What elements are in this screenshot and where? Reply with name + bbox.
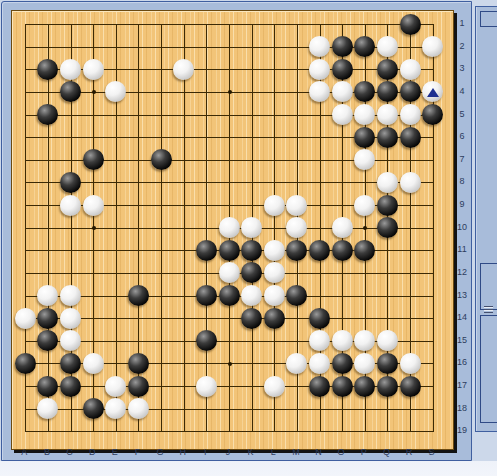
stone-white-N2 xyxy=(309,36,330,57)
column-label-M: M xyxy=(286,447,306,457)
stone-white-R5 xyxy=(400,104,421,125)
stone-black-P11 xyxy=(354,240,375,261)
stone-white-L11 xyxy=(264,240,285,261)
column-label-N: N xyxy=(309,447,329,457)
stone-black-A16 xyxy=(15,353,36,374)
stone-black-J11 xyxy=(219,240,240,261)
grid-line-vertical xyxy=(274,24,275,432)
app-window: ABCDEFGHIJKLMNOPQRS 12345678910111213141… xyxy=(1,1,472,461)
row-label-1: 1 xyxy=(453,18,471,28)
stone-black-M11 xyxy=(286,240,307,261)
stone-black-C8 xyxy=(60,172,81,193)
row-label-16: 16 xyxy=(453,357,471,367)
star-point xyxy=(228,362,232,366)
column-label-A: A xyxy=(14,447,34,457)
stone-black-P2 xyxy=(354,36,375,57)
last-move-triangle-icon xyxy=(427,88,439,97)
stone-black-R1 xyxy=(400,14,421,35)
row-label-7: 7 xyxy=(453,154,471,164)
stone-black-Q16 xyxy=(377,353,398,374)
stone-black-N14 xyxy=(309,308,330,329)
column-labels: ABCDEFGHIJKLMNOPQRS xyxy=(11,447,452,460)
stone-white-S4 xyxy=(422,81,443,102)
row-label-4: 4 xyxy=(453,86,471,96)
row-label-11: 11 xyxy=(453,244,471,254)
stone-white-E4 xyxy=(105,81,126,102)
stone-white-I17 xyxy=(196,376,217,397)
column-label-E: E xyxy=(105,447,125,457)
stone-black-F17 xyxy=(128,376,149,397)
stone-black-Q17 xyxy=(377,376,398,397)
column-label-B: B xyxy=(37,447,57,457)
column-label-G: G xyxy=(150,447,170,457)
stone-black-N11 xyxy=(309,240,330,261)
row-label-10: 10 xyxy=(453,222,471,232)
stone-white-H3 xyxy=(173,59,194,80)
stone-black-Q10 xyxy=(377,217,398,238)
stone-black-C4 xyxy=(60,81,81,102)
stone-white-D3 xyxy=(83,59,104,80)
stone-white-O4 xyxy=(332,81,353,102)
row-label-13: 13 xyxy=(453,290,471,300)
splitter-grip-icon[interactable] xyxy=(484,306,493,313)
column-label-I: I xyxy=(195,447,215,457)
row-label-2: 2 xyxy=(453,41,471,51)
star-point xyxy=(228,90,232,94)
stone-black-Q4 xyxy=(377,81,398,102)
stone-white-C13 xyxy=(60,285,81,306)
stone-white-N3 xyxy=(309,59,330,80)
star-point xyxy=(92,226,96,230)
stone-black-B5 xyxy=(37,104,58,125)
column-label-K: K xyxy=(241,447,261,457)
stone-black-D18 xyxy=(83,398,104,419)
stone-white-B18 xyxy=(37,398,58,419)
column-label-S: S xyxy=(422,447,442,457)
stone-white-F18 xyxy=(128,398,149,419)
side-panel-widget-list[interactable] xyxy=(480,263,497,310)
stone-white-C15 xyxy=(60,330,81,351)
stone-black-P17 xyxy=(354,376,375,397)
grid-line-horizontal xyxy=(25,431,433,432)
stone-white-D9 xyxy=(83,195,104,216)
stone-white-K13 xyxy=(241,285,262,306)
stone-white-J12 xyxy=(219,262,240,283)
column-label-Q: Q xyxy=(376,447,396,457)
stone-white-P7 xyxy=(354,149,375,170)
row-label-6: 6 xyxy=(453,131,471,141)
stone-white-P5 xyxy=(354,104,375,125)
stone-black-J13 xyxy=(219,285,240,306)
stone-white-P16 xyxy=(354,353,375,374)
column-label-D: D xyxy=(82,447,102,457)
stone-black-I13 xyxy=(196,285,217,306)
stone-white-K10 xyxy=(241,217,262,238)
side-panel xyxy=(475,6,497,432)
row-label-17: 17 xyxy=(453,380,471,390)
stone-black-L14 xyxy=(264,308,285,329)
stone-black-I11 xyxy=(196,240,217,261)
stone-black-N17 xyxy=(309,376,330,397)
grid-line-horizontal xyxy=(25,318,433,319)
stone-white-M16 xyxy=(286,353,307,374)
column-label-J: J xyxy=(218,447,238,457)
stone-white-C9 xyxy=(60,195,81,216)
stone-white-P9 xyxy=(354,195,375,216)
stone-white-Q15 xyxy=(377,330,398,351)
stone-black-M13 xyxy=(286,285,307,306)
stone-black-P6 xyxy=(354,127,375,148)
stone-white-R8 xyxy=(400,172,421,193)
column-label-F: F xyxy=(127,447,147,457)
row-label-8: 8 xyxy=(453,176,471,186)
stone-white-M9 xyxy=(286,195,307,216)
row-label-12: 12 xyxy=(453,267,471,277)
stone-black-Q6 xyxy=(377,127,398,148)
stone-white-R16 xyxy=(400,353,421,374)
row-label-9: 9 xyxy=(453,199,471,209)
stone-white-M10 xyxy=(286,217,307,238)
stone-black-O11 xyxy=(332,240,353,261)
stone-black-K14 xyxy=(241,308,262,329)
column-label-H: H xyxy=(173,447,193,457)
stone-white-S2 xyxy=(422,36,443,57)
stone-white-E17 xyxy=(105,376,126,397)
column-label-O: O xyxy=(331,447,351,457)
stone-black-O16 xyxy=(332,353,353,374)
goban[interactable] xyxy=(11,10,454,450)
stone-black-O2 xyxy=(332,36,353,57)
stone-black-Q3 xyxy=(377,59,398,80)
stone-black-B15 xyxy=(37,330,58,351)
stone-white-P15 xyxy=(354,330,375,351)
stone-black-B3 xyxy=(37,59,58,80)
stone-black-O17 xyxy=(332,376,353,397)
stone-black-F16 xyxy=(128,353,149,374)
stone-white-N16 xyxy=(309,353,330,374)
row-label-18: 18 xyxy=(453,403,471,413)
column-label-R: R xyxy=(399,447,419,457)
stone-white-O5 xyxy=(332,104,353,125)
stone-white-C14 xyxy=(60,308,81,329)
stone-black-K12 xyxy=(241,262,262,283)
star-point xyxy=(363,226,367,230)
stone-black-B14 xyxy=(37,308,58,329)
column-label-L: L xyxy=(263,447,283,457)
stone-white-L9 xyxy=(264,195,285,216)
stone-white-C3 xyxy=(60,59,81,80)
stone-white-N4 xyxy=(309,81,330,102)
column-label-C: C xyxy=(60,447,80,457)
stone-black-R6 xyxy=(400,127,421,148)
stone-white-L17 xyxy=(264,376,285,397)
row-label-5: 5 xyxy=(453,109,471,119)
stone-white-R3 xyxy=(400,59,421,80)
stone-black-O3 xyxy=(332,59,353,80)
stone-black-R4 xyxy=(400,81,421,102)
stone-white-O10 xyxy=(332,217,353,238)
row-label-14: 14 xyxy=(453,312,471,322)
stone-black-I15 xyxy=(196,330,217,351)
stone-black-F13 xyxy=(128,285,149,306)
stone-white-J10 xyxy=(219,217,240,238)
stone-black-K11 xyxy=(241,240,262,261)
row-label-15: 15 xyxy=(453,335,471,345)
stone-black-R17 xyxy=(400,376,421,397)
stone-black-D7 xyxy=(83,149,104,170)
stone-white-Q5 xyxy=(377,104,398,125)
stone-black-P4 xyxy=(354,81,375,102)
stone-black-G7 xyxy=(151,149,172,170)
stone-white-E18 xyxy=(105,398,126,419)
row-label-19: 19 xyxy=(453,425,471,435)
column-label-P: P xyxy=(354,447,374,457)
stone-white-B13 xyxy=(37,285,58,306)
side-panel-widget-list2[interactable] xyxy=(480,315,497,423)
stone-white-Q8 xyxy=(377,172,398,193)
stone-white-A14 xyxy=(15,308,36,329)
stone-white-N15 xyxy=(309,330,330,351)
side-panel-widget-top[interactable] xyxy=(480,11,497,27)
stone-white-Q2 xyxy=(377,36,398,57)
row-label-3: 3 xyxy=(453,63,471,73)
row-labels: 12345678910111213141516171819 xyxy=(453,10,472,448)
stone-white-L13 xyxy=(264,285,285,306)
stone-black-C16 xyxy=(60,353,81,374)
stone-black-B17 xyxy=(37,376,58,397)
stone-black-C17 xyxy=(60,376,81,397)
stone-white-L12 xyxy=(264,262,285,283)
stone-black-Q9 xyxy=(377,195,398,216)
stone-white-O15 xyxy=(332,330,353,351)
stone-white-D16 xyxy=(83,353,104,374)
stone-black-S5 xyxy=(422,104,443,125)
star-point xyxy=(92,90,96,94)
